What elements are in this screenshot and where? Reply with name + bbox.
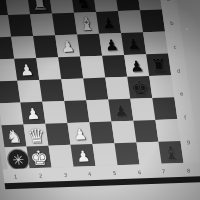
black-rook[interactable]: ♜	[146, 53, 171, 76]
square-r3fe[interactable]	[39, 79, 64, 102]
square-r5fc[interactable]	[77, 34, 102, 57]
black-knight[interactable]: ♞	[71, 0, 96, 13]
square-r5fe[interactable]	[83, 78, 108, 101]
square-r6fa[interactable]	[93, 0, 118, 12]
square-r4fh[interactable]: ♟	[71, 144, 96, 167]
coordinate-label-bottom: 7	[162, 168, 166, 174]
square-r7ff[interactable]	[130, 98, 155, 121]
square-r5fb[interactable]: ♝	[74, 12, 99, 35]
square-r8fh[interactable]: ♝	[158, 141, 183, 164]
coordinate-label-bottom: 6	[137, 168, 141, 174]
square-r5ff[interactable]	[86, 100, 111, 123]
coordinate-label-bottom: 3	[63, 171, 67, 177]
square-r7fe[interactable]: ♚	[127, 76, 152, 99]
coordinate-label-right: g	[186, 138, 190, 144]
black-pawn[interactable]: ♟	[99, 33, 124, 56]
square-r6fe[interactable]	[105, 77, 130, 100]
black-pawn[interactable]: ♟	[124, 54, 149, 77]
square-r8fg[interactable]	[155, 119, 180, 142]
coordinate-label-bottom: 4	[88, 170, 92, 176]
square-r4fg[interactable]: ♟	[67, 122, 92, 145]
square-r6ff[interactable]: ♟	[108, 99, 133, 122]
coordinate-label-right: e	[180, 91, 184, 97]
square-r2fe[interactable]	[17, 80, 42, 103]
square-r2fh[interactable]: ♚	[27, 146, 52, 169]
black-king[interactable]: ♚	[127, 76, 152, 99]
square-r6fd[interactable]	[102, 55, 127, 78]
square-r7fh[interactable]	[136, 142, 161, 165]
chessboard-photo: AVALON ♜♞♝♟♟♟♟♟♟♜♚♟♟♞♛♟♚♟♝ ✳ abcdefgh 12…	[0, 0, 200, 200]
white-pawn[interactable]: ♟	[71, 144, 96, 167]
square-r8ff[interactable]	[152, 97, 177, 120]
square-r4fb[interactable]	[52, 13, 77, 36]
white-rook[interactable]: ♜	[27, 0, 52, 14]
square-r4fc[interactable]: ♟	[55, 35, 80, 58]
square-r2fa[interactable]	[5, 0, 30, 15]
white-knight[interactable]: ♞	[1, 124, 26, 147]
square-r3fh[interactable]	[49, 145, 74, 168]
square-r7fb[interactable]	[118, 10, 143, 33]
square-r3fc[interactable]	[33, 35, 58, 58]
square-r3fd[interactable]	[36, 57, 61, 80]
square-r2fc[interactable]	[11, 36, 36, 59]
coordinate-label-right: b	[170, 20, 174, 26]
coordinate-label-bottom: 1	[14, 173, 18, 179]
square-r5fd[interactable]	[80, 56, 105, 79]
black-pawn[interactable]: ♟	[121, 32, 146, 55]
square-r2ff[interactable]: ♟	[20, 102, 45, 125]
coordinate-label-bottom: 2	[38, 172, 42, 178]
square-r8fc[interactable]	[143, 31, 168, 54]
square-r3fa[interactable]: ♜	[27, 0, 52, 14]
square-r8fe[interactable]	[149, 75, 174, 98]
square-r2fg[interactable]: ♛	[23, 124, 48, 147]
coordinate-label-right: d	[176, 67, 180, 73]
white-pawn[interactable]: ♟	[55, 35, 80, 58]
black-bishop[interactable]: ♝	[158, 141, 183, 164]
board-squares: ♜♞♝♟♟♟♟♟♟♜♚♟♟♞♛♟♚♟♝	[0, 0, 184, 169]
black-pawn[interactable]: ♟	[108, 99, 133, 122]
square-r3ff[interactable]	[42, 101, 67, 124]
square-r7fa[interactable]	[115, 0, 140, 11]
square-r6fc[interactable]: ♟	[99, 33, 124, 56]
square-r6fg[interactable]	[111, 121, 136, 144]
square-r5fh[interactable]	[92, 143, 117, 166]
square-r4fd[interactable]	[58, 56, 83, 79]
white-pawn[interactable]: ♟	[14, 58, 39, 81]
square-r2fd[interactable]: ♟	[14, 58, 39, 81]
coordinate-label-bottom: 8	[186, 167, 190, 173]
coordinate-label-right: f	[184, 114, 187, 120]
square-r6fh[interactable]	[114, 143, 139, 166]
square-r5fg[interactable]	[89, 121, 114, 144]
chess-board: AVALON ♜♞♝♟♟♟♟♟♟♜♚♟♟♞♛♟♚♟♝ ✳ abcdefgh 12…	[0, 0, 200, 184]
square-r8fb[interactable]	[140, 10, 165, 33]
square-r7fg[interactable]	[133, 120, 158, 143]
white-pawn[interactable]: ♟	[20, 102, 45, 125]
square-r6fb[interactable]: ♟	[96, 11, 121, 34]
square-r3fg[interactable]	[45, 123, 70, 146]
square-r8fd[interactable]: ♜	[146, 53, 171, 76]
coordinate-label-right: a	[167, 0, 171, 2]
coordinate-label-right: c	[173, 44, 177, 50]
white-king[interactable]: ♚	[27, 146, 52, 169]
square-r2fb[interactable]	[8, 14, 33, 37]
square-r1fg[interactable]: ♞	[1, 124, 26, 147]
black-pawn[interactable]: ♟	[96, 11, 121, 34]
square-r5fa[interactable]: ♞	[71, 0, 96, 13]
coordinate-label-bottom: 5	[112, 169, 116, 175]
square-r3fb[interactable]	[30, 13, 55, 36]
white-bishop[interactable]: ♝	[74, 12, 99, 35]
square-r4fe[interactable]	[61, 78, 86, 101]
square-r7fc[interactable]: ♟	[121, 32, 146, 55]
white-queen[interactable]: ♛	[23, 124, 48, 147]
square-r7fd[interactable]: ♟	[124, 54, 149, 77]
square-r4fa[interactable]	[49, 0, 74, 13]
square-r4ff[interactable]	[64, 100, 89, 123]
white-pawn[interactable]: ♟	[67, 122, 92, 145]
